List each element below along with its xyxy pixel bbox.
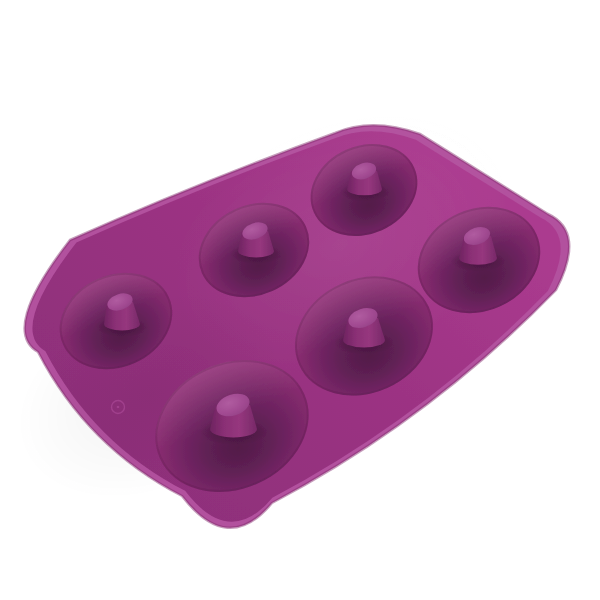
injection-mark-dot: [117, 406, 120, 409]
product-photo: [0, 0, 600, 600]
silicone-donut-mold-image: [0, 0, 600, 600]
